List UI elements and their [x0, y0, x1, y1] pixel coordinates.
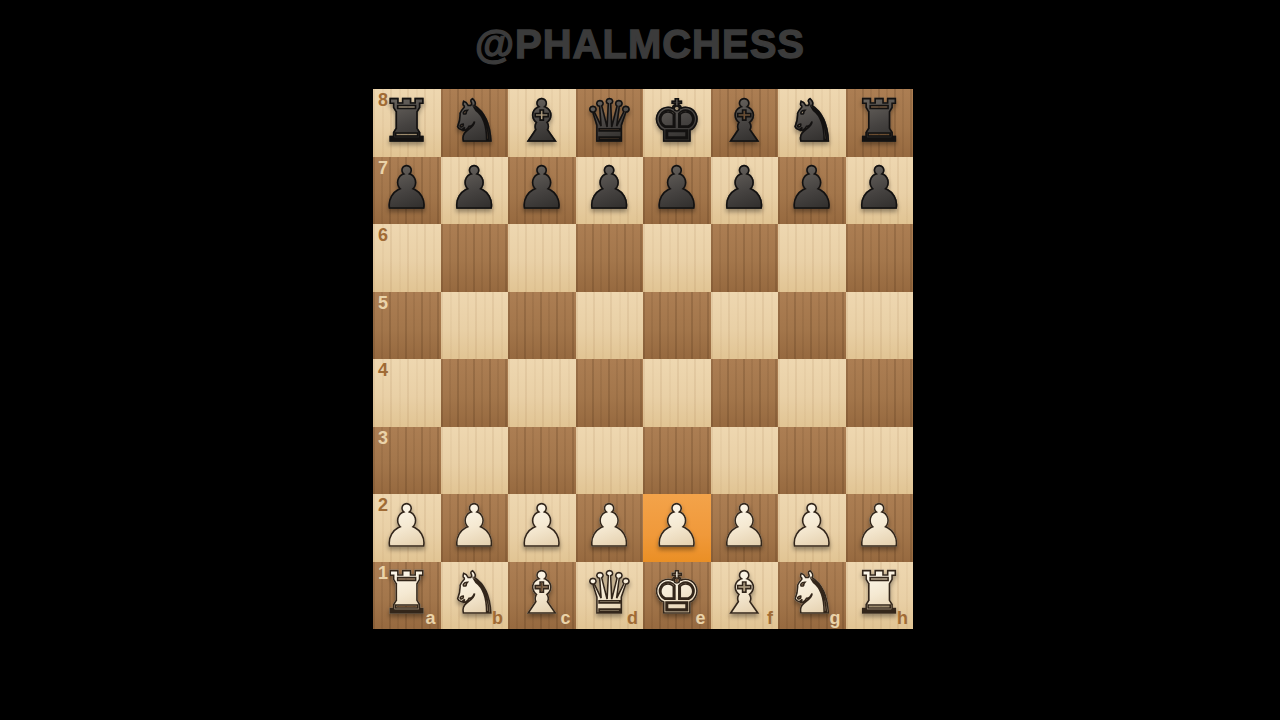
piece-black-pawn: ♟: [718, 159, 770, 217]
piece-white-pawn: ♟: [853, 497, 905, 555]
piece-white-pawn: ♟: [381, 497, 433, 555]
square-f2[interactable]: ♟: [711, 494, 779, 562]
channel-handle: @PHALMCHESS: [0, 22, 1280, 67]
chess-board: 8♜♞♝♛♚♝♞♜7♟♟♟♟♟♟♟♟65432♟♟♟♟♟♟♟♟1a♜b♞c♝d♛…: [373, 89, 913, 629]
square-c1[interactable]: c♝: [508, 562, 576, 630]
square-a7[interactable]: 7♟: [373, 157, 441, 225]
file-label-h: h: [897, 609, 908, 627]
piece-black-bishop: ♝: [718, 92, 770, 150]
square-e3[interactable]: [643, 427, 711, 495]
piece-white-pawn: ♟: [516, 497, 568, 555]
square-b4[interactable]: [441, 359, 509, 427]
piece-black-rook: ♜: [381, 92, 433, 150]
square-c7[interactable]: ♟: [508, 157, 576, 225]
square-b2[interactable]: ♟: [441, 494, 509, 562]
file-label-a: a: [425, 609, 435, 627]
piece-white-pawn: ♟: [651, 497, 703, 555]
rank-label-6: 6: [378, 226, 388, 244]
square-f8[interactable]: ♝: [711, 89, 779, 157]
square-f4[interactable]: [711, 359, 779, 427]
square-e7[interactable]: ♟: [643, 157, 711, 225]
square-f6[interactable]: [711, 224, 779, 292]
square-e6[interactable]: [643, 224, 711, 292]
file-label-b: b: [492, 609, 503, 627]
rank-label-8: 8: [378, 91, 388, 109]
square-b8[interactable]: ♞: [441, 89, 509, 157]
square-h6[interactable]: [846, 224, 914, 292]
square-e4[interactable]: [643, 359, 711, 427]
piece-white-pawn: ♟: [786, 497, 838, 555]
square-g3[interactable]: [778, 427, 846, 495]
square-h1[interactable]: h♜: [846, 562, 914, 630]
rank-label-2: 2: [378, 496, 388, 514]
piece-black-knight: ♞: [786, 92, 838, 150]
square-e5[interactable]: [643, 292, 711, 360]
square-d4[interactable]: [576, 359, 644, 427]
piece-black-pawn: ♟: [786, 159, 838, 217]
square-e8[interactable]: ♚: [643, 89, 711, 157]
piece-black-pawn: ♟: [448, 159, 500, 217]
piece-black-knight: ♞: [448, 92, 500, 150]
piece-black-king: ♚: [651, 92, 703, 150]
rank-label-7: 7: [378, 159, 388, 177]
rank-label-1: 1: [378, 564, 388, 582]
piece-black-bishop: ♝: [516, 92, 568, 150]
square-d8[interactable]: ♛: [576, 89, 644, 157]
piece-black-pawn: ♟: [381, 159, 433, 217]
square-c6[interactable]: [508, 224, 576, 292]
file-label-f: f: [767, 609, 773, 627]
file-label-c: c: [560, 609, 570, 627]
file-label-d: d: [627, 609, 638, 627]
piece-white-bishop: ♝: [718, 564, 770, 622]
square-h8[interactable]: ♜: [846, 89, 914, 157]
square-g8[interactable]: ♞: [778, 89, 846, 157]
square-e2[interactable]: ♟: [643, 494, 711, 562]
file-label-e: e: [695, 609, 705, 627]
square-h2[interactable]: ♟: [846, 494, 914, 562]
piece-black-pawn: ♟: [583, 159, 635, 217]
piece-white-pawn: ♟: [583, 497, 635, 555]
square-a2[interactable]: 2♟: [373, 494, 441, 562]
piece-black-pawn: ♟: [853, 159, 905, 217]
rank-label-4: 4: [378, 361, 388, 379]
square-c3[interactable]: [508, 427, 576, 495]
piece-black-pawn: ♟: [651, 159, 703, 217]
square-d3[interactable]: [576, 427, 644, 495]
square-b1[interactable]: b♞: [441, 562, 509, 630]
square-g1[interactable]: g♞: [778, 562, 846, 630]
square-a3[interactable]: 3: [373, 427, 441, 495]
rank-label-3: 3: [378, 429, 388, 447]
square-c4[interactable]: [508, 359, 576, 427]
square-h3[interactable]: [846, 427, 914, 495]
square-c8[interactable]: ♝: [508, 89, 576, 157]
square-g4[interactable]: [778, 359, 846, 427]
square-b3[interactable]: [441, 427, 509, 495]
piece-black-queen: ♛: [583, 92, 635, 150]
piece-black-rook: ♜: [853, 92, 905, 150]
square-f1[interactable]: f♝: [711, 562, 779, 630]
square-b7[interactable]: ♟: [441, 157, 509, 225]
square-g5[interactable]: [778, 292, 846, 360]
square-f7[interactable]: ♟: [711, 157, 779, 225]
square-b5[interactable]: [441, 292, 509, 360]
square-a8[interactable]: 8♜: [373, 89, 441, 157]
square-a6[interactable]: 6: [373, 224, 441, 292]
square-g7[interactable]: ♟: [778, 157, 846, 225]
square-a4[interactable]: 4: [373, 359, 441, 427]
piece-white-pawn: ♟: [448, 497, 500, 555]
square-d7[interactable]: ♟: [576, 157, 644, 225]
square-d5[interactable]: [576, 292, 644, 360]
rank-label-5: 5: [378, 294, 388, 312]
square-a5[interactable]: 5: [373, 292, 441, 360]
square-b6[interactable]: [441, 224, 509, 292]
square-f5[interactable]: [711, 292, 779, 360]
square-d1[interactable]: d♛: [576, 562, 644, 630]
square-g6[interactable]: [778, 224, 846, 292]
square-c5[interactable]: [508, 292, 576, 360]
square-h7[interactable]: ♟: [846, 157, 914, 225]
square-h5[interactable]: [846, 292, 914, 360]
square-e1[interactable]: e♚: [643, 562, 711, 630]
square-h4[interactable]: [846, 359, 914, 427]
piece-black-pawn: ♟: [516, 159, 568, 217]
square-c2[interactable]: ♟: [508, 494, 576, 562]
square-f3[interactable]: [711, 427, 779, 495]
square-g2[interactable]: ♟: [778, 494, 846, 562]
square-a1[interactable]: 1a♜: [373, 562, 441, 630]
file-label-g: g: [830, 609, 841, 627]
piece-white-pawn: ♟: [718, 497, 770, 555]
square-d6[interactable]: [576, 224, 644, 292]
square-d2[interactable]: ♟: [576, 494, 644, 562]
